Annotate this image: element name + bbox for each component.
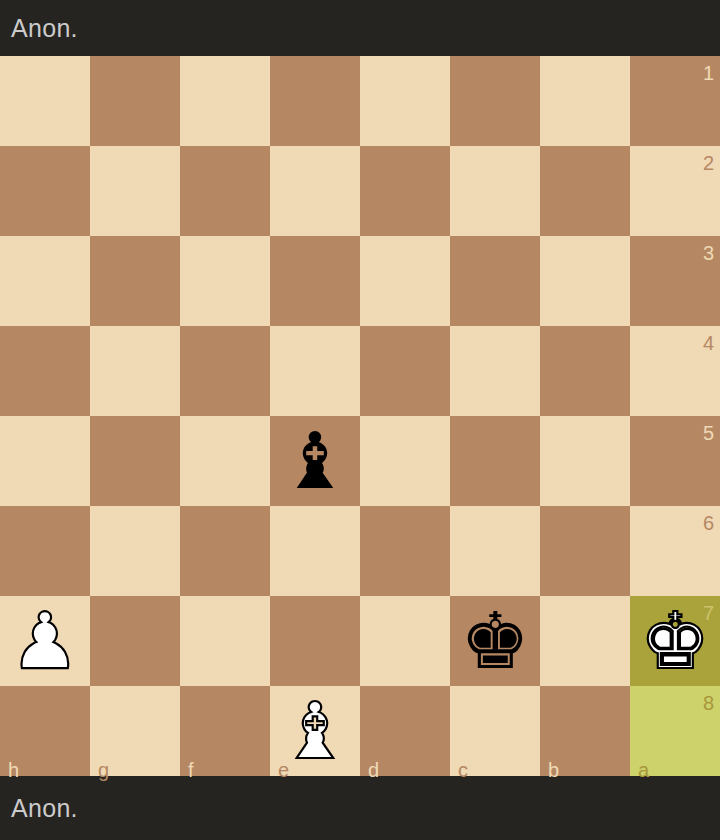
piece-white-king[interactable]: ♚ [640, 596, 710, 686]
square-b5[interactable] [540, 416, 630, 506]
bottom-player-name: Anon. [11, 794, 78, 823]
square-a2[interactable]: 2 [630, 146, 720, 236]
file-label-h: h [8, 760, 19, 780]
square-f3[interactable] [180, 236, 270, 326]
square-f5[interactable] [180, 416, 270, 506]
square-h3[interactable] [0, 236, 90, 326]
square-f2[interactable] [180, 146, 270, 236]
rank-label-3: 3 [703, 243, 714, 263]
square-c7[interactable]: ♚ [450, 596, 540, 686]
square-e1[interactable] [270, 56, 360, 146]
square-b6[interactable] [540, 506, 630, 596]
piece-black-king[interactable]: ♚ [460, 596, 530, 686]
square-e2[interactable] [270, 146, 360, 236]
top-player-name: Anon. [11, 14, 78, 43]
rank-label-4: 4 [703, 333, 714, 353]
rank-label-5: 5 [703, 423, 714, 443]
square-e5[interactable]: ♝ [270, 416, 360, 506]
square-c8[interactable]: c [450, 686, 540, 776]
square-f6[interactable] [180, 506, 270, 596]
square-g1[interactable] [90, 56, 180, 146]
square-e7[interactable] [270, 596, 360, 686]
square-h6[interactable] [0, 506, 90, 596]
square-e6[interactable] [270, 506, 360, 596]
square-c4[interactable] [450, 326, 540, 416]
square-d1[interactable] [360, 56, 450, 146]
piece-white-bishop[interactable]: ♝ [280, 686, 350, 776]
square-d5[interactable] [360, 416, 450, 506]
square-c2[interactable] [450, 146, 540, 236]
rank-label-2: 2 [703, 153, 714, 173]
square-f1[interactable] [180, 56, 270, 146]
square-d2[interactable] [360, 146, 450, 236]
rank-label-6: 6 [703, 513, 714, 533]
file-label-c: c [458, 760, 468, 780]
square-g3[interactable] [90, 236, 180, 326]
square-b4[interactable] [540, 326, 630, 416]
file-label-b: b [548, 760, 559, 780]
square-f4[interactable] [180, 326, 270, 416]
square-h5[interactable] [0, 416, 90, 506]
square-b1[interactable] [540, 56, 630, 146]
square-a7[interactable]: 7♚ [630, 596, 720, 686]
square-d7[interactable] [360, 596, 450, 686]
square-h2[interactable] [0, 146, 90, 236]
file-label-a: a [638, 760, 649, 780]
rank-label-1: 1 [703, 63, 714, 83]
square-a1[interactable]: 1 [630, 56, 720, 146]
square-d6[interactable] [360, 506, 450, 596]
piece-black-bishop[interactable]: ♝ [280, 416, 350, 506]
square-d4[interactable] [360, 326, 450, 416]
square-b3[interactable] [540, 236, 630, 326]
file-label-g: g [98, 760, 109, 780]
square-h4[interactable] [0, 326, 90, 416]
square-g2[interactable] [90, 146, 180, 236]
square-a8[interactable]: 8a [630, 686, 720, 776]
square-f8[interactable]: f [180, 686, 270, 776]
square-g7[interactable] [90, 596, 180, 686]
rank-label-8: 8 [703, 693, 714, 713]
square-c1[interactable] [450, 56, 540, 146]
square-h8[interactable]: h [0, 686, 90, 776]
square-f7[interactable] [180, 596, 270, 686]
square-b7[interactable] [540, 596, 630, 686]
square-e8[interactable]: e♝ [270, 686, 360, 776]
square-d8[interactable]: d [360, 686, 450, 776]
square-e3[interactable] [270, 236, 360, 326]
piece-white-pawn[interactable]: ♟ [10, 596, 80, 686]
square-h1[interactable] [0, 56, 90, 146]
square-g5[interactable] [90, 416, 180, 506]
file-label-f: f [188, 760, 194, 780]
square-h7[interactable]: ♟ [0, 596, 90, 686]
square-g8[interactable]: g [90, 686, 180, 776]
square-c6[interactable] [450, 506, 540, 596]
square-c5[interactable] [450, 416, 540, 506]
square-d3[interactable] [360, 236, 450, 326]
bottom-player-bar: Anon. [0, 776, 720, 840]
chess-app: Anon. 1234♝56♟♚7♚hgfe♝dcb8a Anon. [0, 0, 720, 840]
file-label-d: d [368, 760, 379, 780]
chess-board: 1234♝56♟♚7♚hgfe♝dcb8a [0, 56, 720, 776]
square-g4[interactable] [90, 326, 180, 416]
square-a3[interactable]: 3 [630, 236, 720, 326]
square-a4[interactable]: 4 [630, 326, 720, 416]
square-c3[interactable] [450, 236, 540, 326]
square-e4[interactable] [270, 326, 360, 416]
square-b2[interactable] [540, 146, 630, 236]
square-g6[interactable] [90, 506, 180, 596]
square-a5[interactable]: 5 [630, 416, 720, 506]
top-player-bar: Anon. [0, 0, 720, 56]
square-a6[interactable]: 6 [630, 506, 720, 596]
square-b8[interactable]: b [540, 686, 630, 776]
